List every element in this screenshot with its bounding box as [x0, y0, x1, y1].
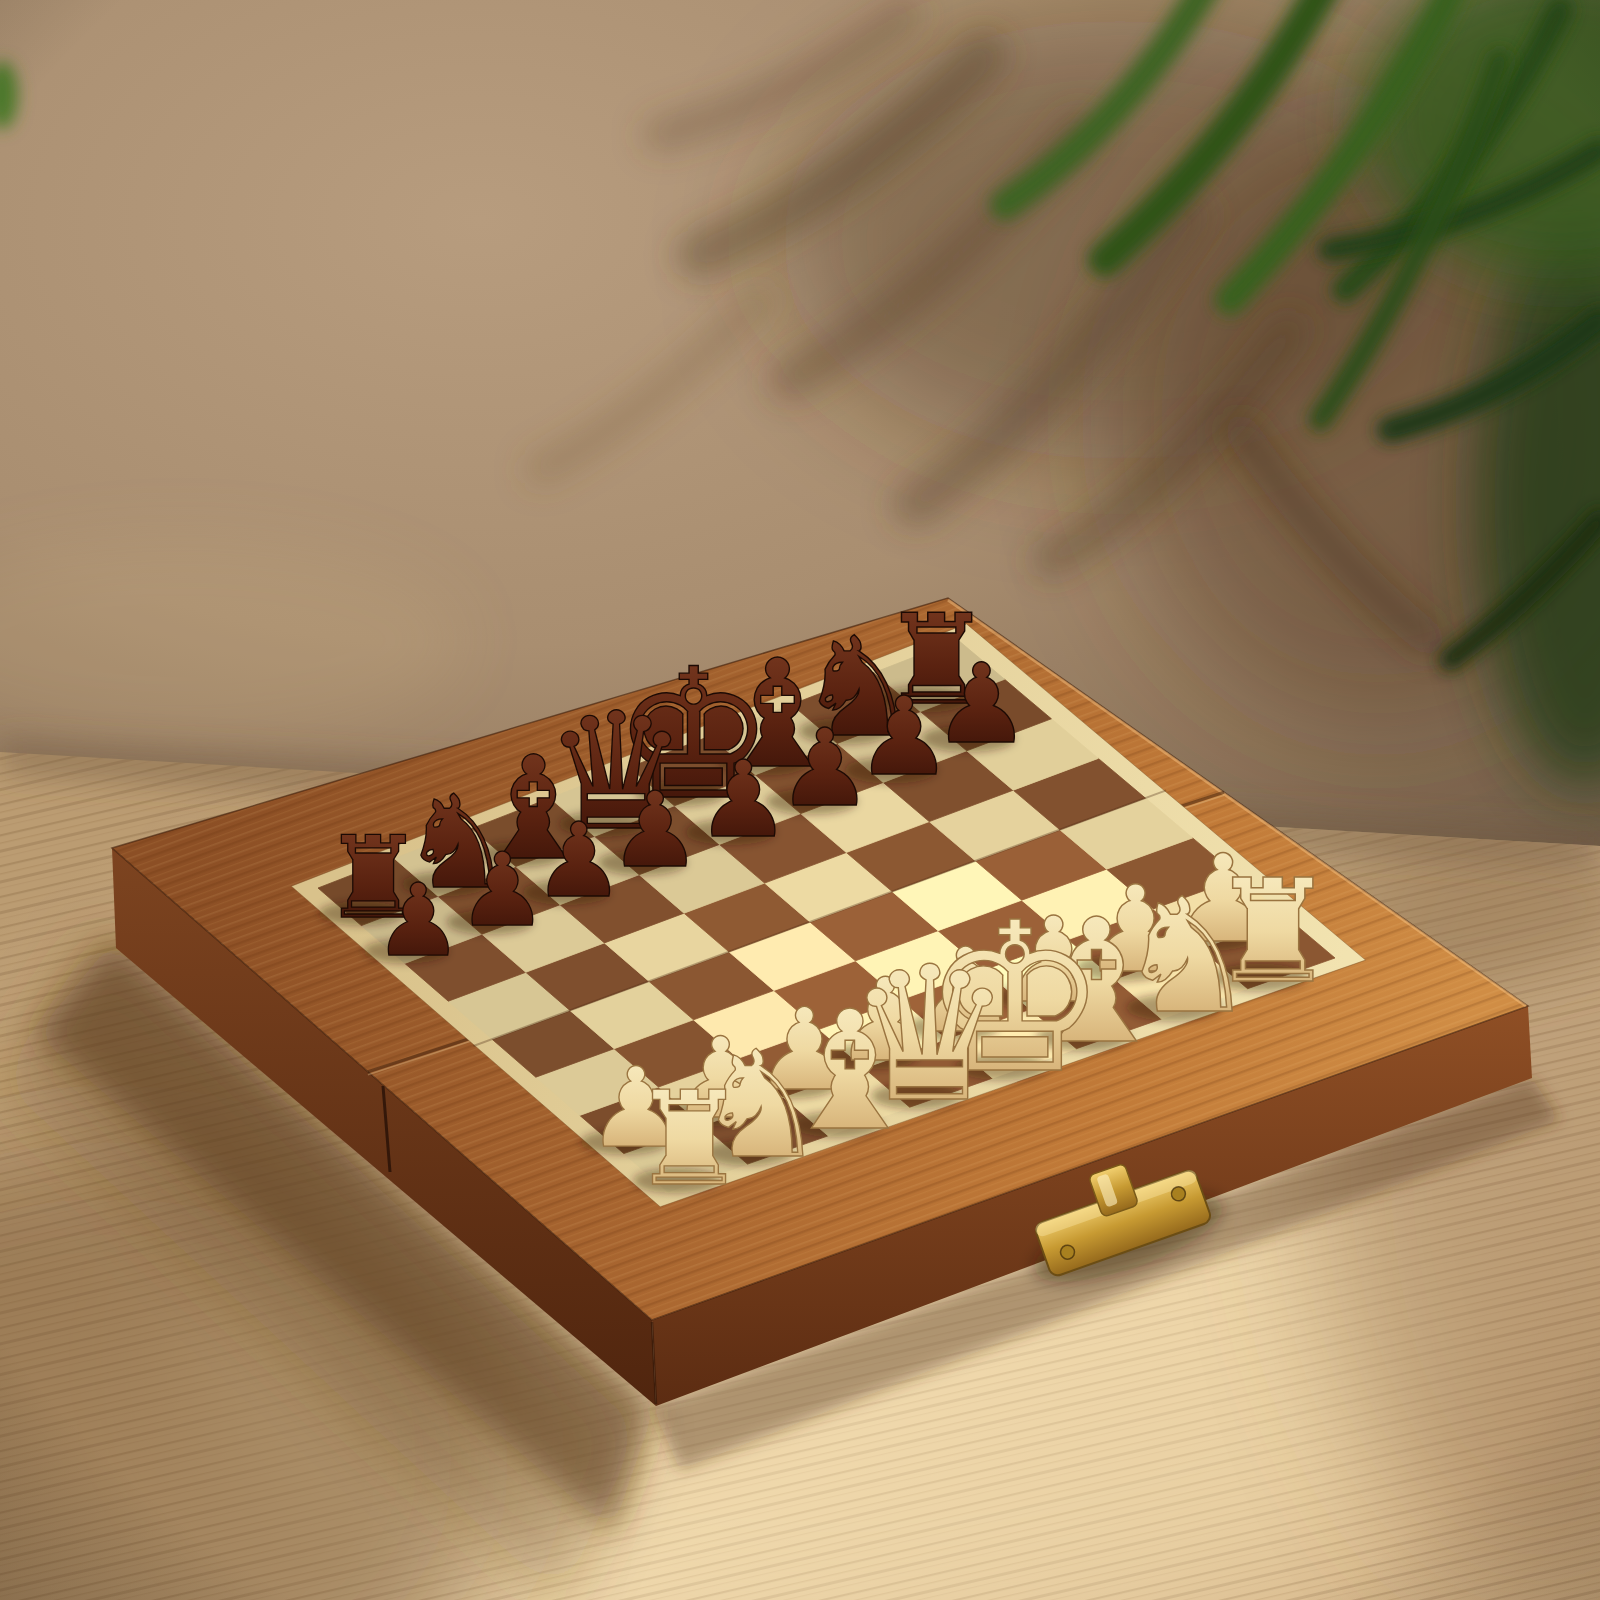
vignette	[0, 0, 1600, 1600]
scene-canvas: ♜♞♟♝♟♚♟♛♟♝♟♞♟♜♟♟♟♟♜♟♞♟♝♟♚♟♛♟♝♟♞♜	[0, 0, 1600, 1600]
chess-set-photo: ♜♞♟♝♟♚♟♛♟♝♟♞♟♜♟♟♟♟♜♟♞♟♝♟♚♟♛♟♝♟♞♜	[0, 0, 1600, 1600]
